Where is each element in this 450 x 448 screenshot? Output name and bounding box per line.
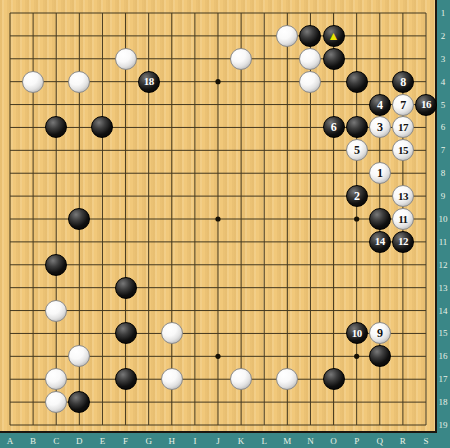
move-number: 4	[377, 99, 383, 111]
stone-R4[interactable]: 8	[392, 71, 414, 93]
stone-P6[interactable]	[346, 116, 368, 138]
stone-Q10[interactable]	[369, 208, 391, 230]
stone-F3[interactable]	[115, 48, 137, 70]
stone-O17[interactable]	[323, 368, 345, 390]
move-number: 7	[400, 99, 406, 111]
stone-O3[interactable]	[323, 48, 345, 70]
row-label-11: 11	[437, 238, 449, 247]
move-number: 9	[377, 327, 383, 339]
row-label-15: 15	[437, 329, 449, 338]
move-number: 13	[398, 191, 408, 202]
row-label-16: 16	[437, 352, 449, 361]
stone-B4[interactable]	[22, 71, 44, 93]
triangle-marker-icon: ▲	[324, 26, 344, 46]
row-label-2: 2	[437, 32, 449, 41]
move-number: 6	[331, 121, 337, 133]
stone-C12[interactable]	[45, 254, 67, 276]
stone-R5[interactable]: 7	[392, 94, 414, 116]
stone-G4[interactable]: 18	[138, 71, 160, 93]
column-label-J: J	[211, 437, 225, 446]
move-number: 10	[352, 328, 362, 339]
column-coordinate-strip: ABCDEFGHIJKLMNOPQRS	[0, 433, 437, 448]
row-coordinate-strip: 12345678910111213141516171819	[437, 0, 450, 448]
stone-S5[interactable]: 16	[415, 94, 437, 116]
stone-C14[interactable]	[45, 300, 67, 322]
column-label-N: N	[303, 437, 317, 446]
column-label-A: A	[3, 437, 17, 446]
column-label-P: P	[350, 437, 364, 446]
row-label-5: 5	[437, 101, 449, 110]
stone-Q16[interactable]	[369, 345, 391, 367]
stone-D4[interactable]	[68, 71, 90, 93]
stone-R10[interactable]: 11	[392, 208, 414, 230]
stone-K3[interactable]	[230, 48, 252, 70]
column-label-F: F	[119, 437, 133, 446]
stone-P7[interactable]: 5	[346, 139, 368, 161]
column-label-B: B	[26, 437, 40, 446]
column-label-K: K	[234, 437, 248, 446]
star-point	[354, 216, 359, 221]
move-number: 5	[354, 144, 360, 156]
stone-R9[interactable]: 13	[392, 185, 414, 207]
move-number: 8	[400, 76, 406, 88]
stone-F17[interactable]	[115, 368, 137, 390]
row-label-8: 8	[437, 169, 449, 178]
row-label-6: 6	[437, 123, 449, 132]
row-label-19: 19	[437, 421, 449, 430]
move-number: 3	[377, 121, 383, 133]
stone-P4[interactable]	[346, 71, 368, 93]
column-label-E: E	[95, 437, 109, 446]
star-point	[215, 79, 220, 84]
go-diagram: ▲123456789101112131415161718 12345678910…	[0, 0, 450, 448]
stone-O6[interactable]: 6	[323, 116, 345, 138]
row-label-3: 3	[437, 55, 449, 64]
move-number: 1	[377, 167, 383, 179]
column-label-L: L	[257, 437, 271, 446]
column-label-I: I	[188, 437, 202, 446]
stone-R11[interactable]: 12	[392, 231, 414, 253]
row-label-12: 12	[437, 261, 449, 270]
star-point	[354, 354, 359, 359]
move-number: 15	[398, 145, 408, 156]
stone-O2[interactable]: ▲	[323, 25, 345, 47]
column-label-R: R	[396, 437, 410, 446]
row-label-7: 7	[437, 146, 449, 155]
move-number: 14	[375, 236, 385, 247]
column-label-Q: Q	[373, 437, 387, 446]
row-label-9: 9	[437, 192, 449, 201]
star-point	[215, 216, 220, 221]
go-board[interactable]: ▲123456789101112131415161718	[0, 0, 437, 433]
row-label-10: 10	[437, 215, 449, 224]
column-label-D: D	[72, 437, 86, 446]
move-number: 18	[144, 76, 154, 87]
column-label-O: O	[327, 437, 341, 446]
move-number: 17	[398, 122, 408, 133]
stone-N4[interactable]	[299, 71, 321, 93]
column-label-M: M	[280, 437, 294, 446]
move-number: 12	[398, 236, 408, 247]
star-point	[215, 354, 220, 359]
move-number: 2	[354, 190, 360, 202]
column-label-C: C	[49, 437, 63, 446]
stone-Q11[interactable]: 14	[369, 231, 391, 253]
column-label-G: G	[142, 437, 156, 446]
row-label-1: 1	[437, 9, 449, 18]
stone-F15[interactable]	[115, 322, 137, 344]
stone-Q5[interactable]: 4	[369, 94, 391, 116]
stone-H17[interactable]	[161, 368, 183, 390]
row-label-17: 17	[437, 375, 449, 384]
move-number: 11	[398, 214, 407, 225]
stone-P15[interactable]: 10	[346, 322, 368, 344]
column-label-S: S	[419, 437, 433, 446]
row-label-14: 14	[437, 307, 449, 316]
row-label-18: 18	[437, 398, 449, 407]
column-label-H: H	[165, 437, 179, 446]
row-label-4: 4	[437, 78, 449, 87]
stone-Q8[interactable]: 1	[369, 162, 391, 184]
stone-F13[interactable]	[115, 277, 137, 299]
move-number: 16	[421, 99, 431, 110]
row-label-13: 13	[437, 284, 449, 293]
stone-P9[interactable]: 2	[346, 185, 368, 207]
